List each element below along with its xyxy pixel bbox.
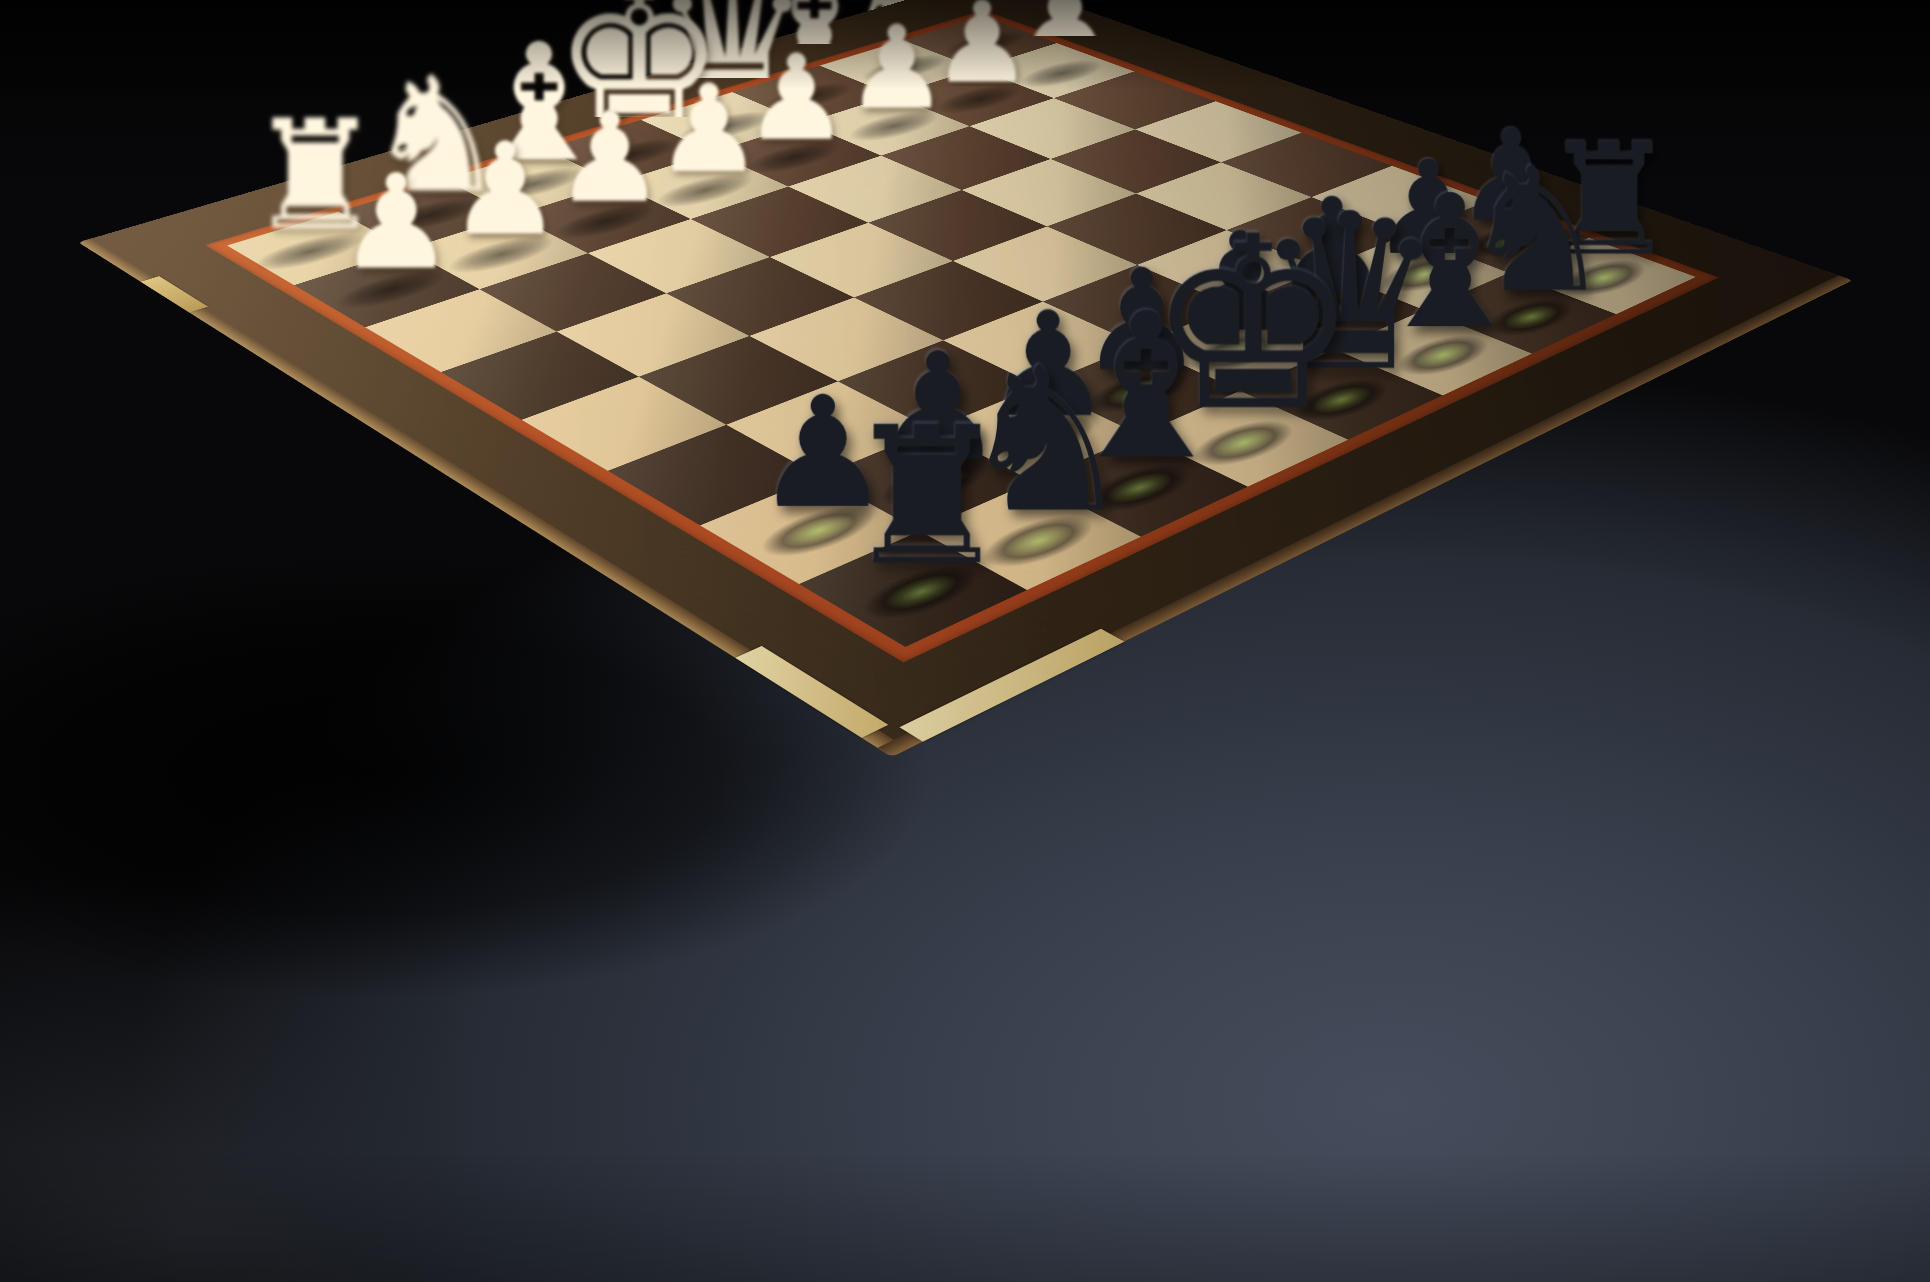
chessboard-grid — [227, 16, 1696, 647]
scene: ♜♞♝♛♚♝♞♜♟♟♟♟♟♟♟♟♟♟♟♟♟♟♟♟♜♞♝♛♚♝♞♜ — [0, 0, 1930, 1282]
chessboard: ♜♞♝♛♚♝♞♜♟♟♟♟♟♟♟♟♟♟♟♟♟♟♟♟♜♞♝♛♚♝♞♜ — [78, 0, 1852, 757]
